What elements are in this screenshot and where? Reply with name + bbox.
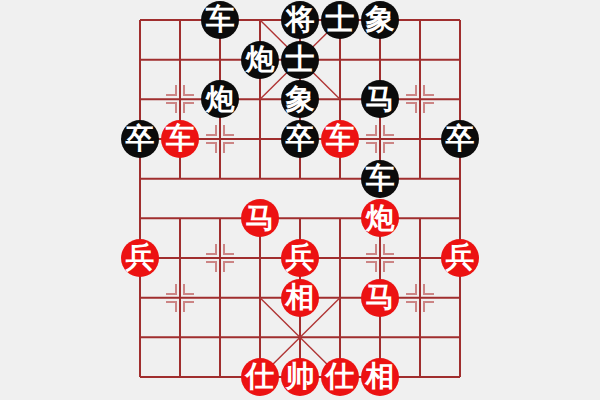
- piece-glyph: 车: [166, 124, 195, 153]
- piece-glyph: 炮: [366, 204, 395, 233]
- piece-black-soldier[interactable]: 卒: [281, 120, 319, 158]
- piece-glyph: 卒: [446, 124, 475, 153]
- piece-red-soldier[interactable]: 兵: [441, 239, 479, 277]
- piece-red-elephant[interactable]: 相: [281, 279, 319, 317]
- piece-black-advisor[interactable]: 士: [321, 1, 359, 39]
- piece-glyph: 象: [286, 85, 315, 114]
- piece-glyph: 炮: [206, 85, 235, 114]
- piece-red-horse[interactable]: 马: [241, 199, 279, 237]
- piece-black-elephant[interactable]: 象: [281, 80, 319, 118]
- piece-glyph: 卒: [286, 124, 315, 153]
- piece-red-soldier[interactable]: 兵: [121, 239, 159, 277]
- piece-red-cannon[interactable]: 炮: [361, 199, 399, 237]
- piece-glyph: 兵: [446, 243, 475, 272]
- piece-glyph: 兵: [286, 243, 315, 272]
- piece-red-advisor[interactable]: 仕: [241, 358, 279, 396]
- piece-glyph: 炮: [246, 45, 275, 74]
- piece-glyph: 士: [326, 5, 355, 34]
- piece-black-cannon[interactable]: 炮: [241, 41, 279, 79]
- piece-red-chariot[interactable]: 车: [321, 120, 359, 158]
- piece-red-advisor[interactable]: 仕: [321, 358, 359, 396]
- piece-glyph: 车: [326, 124, 355, 153]
- piece-glyph: 象: [366, 5, 395, 34]
- piece-glyph: 车: [206, 5, 235, 34]
- piece-black-advisor[interactable]: 士: [281, 41, 319, 79]
- piece-red-soldier[interactable]: 兵: [281, 239, 319, 277]
- piece-glyph: 帅: [286, 362, 315, 391]
- piece-glyph: 仕: [246, 362, 275, 391]
- piece-red-elephant[interactable]: 相: [361, 358, 399, 396]
- piece-glyph: 仕: [326, 362, 355, 391]
- piece-glyph: 相: [366, 362, 395, 391]
- piece-glyph: 相: [286, 283, 315, 312]
- piece-black-soldier[interactable]: 卒: [441, 120, 479, 158]
- pieces-layer: 车将士象炮士炮象马卒车卒车卒车马炮兵兵兵相马仕帅仕相: [120, 0, 480, 397]
- piece-glyph: 卒: [126, 124, 155, 153]
- piece-black-cannon[interactable]: 炮: [201, 80, 239, 118]
- piece-glyph: 马: [366, 85, 395, 114]
- piece-black-horse[interactable]: 马: [361, 80, 399, 118]
- piece-black-chariot[interactable]: 车: [201, 1, 239, 39]
- piece-glyph: 马: [246, 204, 275, 233]
- piece-black-elephant[interactable]: 象: [361, 1, 399, 39]
- piece-glyph: 将: [286, 5, 315, 34]
- piece-red-chariot[interactable]: 车: [161, 120, 199, 158]
- piece-glyph: 兵: [126, 243, 155, 272]
- piece-black-chariot[interactable]: 车: [361, 160, 399, 198]
- piece-red-general[interactable]: 帅: [281, 358, 319, 396]
- piece-glyph: 车: [366, 164, 395, 193]
- piece-glyph: 马: [366, 283, 395, 312]
- piece-red-horse[interactable]: 马: [361, 279, 399, 317]
- xiangqi-board: 车将士象炮士炮象马卒车卒车卒车马炮兵兵兵相马仕帅仕相: [0, 0, 600, 400]
- piece-black-soldier[interactable]: 卒: [121, 120, 159, 158]
- piece-glyph: 士: [286, 45, 315, 74]
- piece-black-general[interactable]: 将: [281, 1, 319, 39]
